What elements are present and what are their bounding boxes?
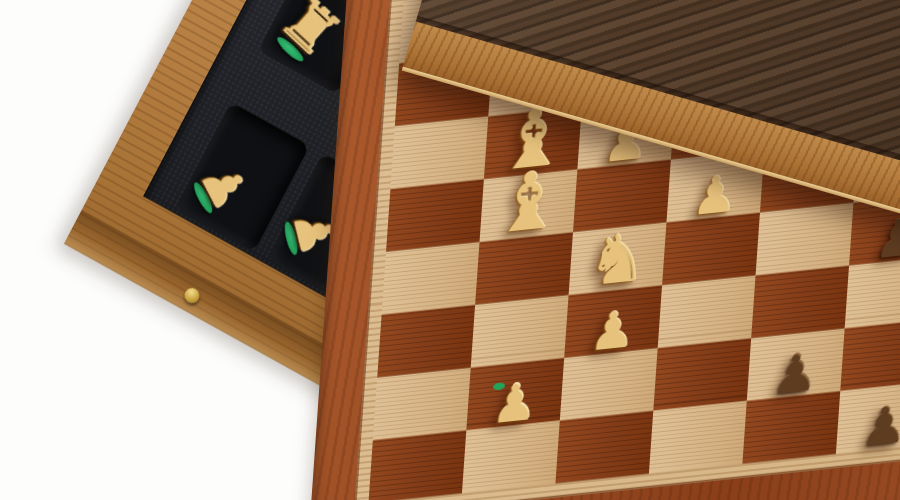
piece-black-pawn-f4[interactable]: ♟ (849, 208, 900, 268)
square-a4 (382, 242, 480, 315)
piece-white-knight-c4[interactable]: ♞ (568, 222, 666, 299)
piece-black-pawn-f1[interactable]: ♟ (836, 396, 900, 456)
square-b3 (471, 295, 569, 368)
piece-white-pawn-b2[interactable]: ♟ (466, 373, 563, 433)
square-a5 (386, 179, 484, 252)
square-a2 (373, 368, 471, 441)
square-e4 (756, 203, 854, 276)
piece-white-bishop-b5[interactable]: ♝ (479, 157, 578, 246)
square-d3 (658, 275, 756, 348)
square-c1 (555, 411, 653, 484)
square-d2 (653, 338, 751, 411)
chess-set-photo-scene: ♜♟♟ ♝♟♝♟♞♟♟♟♟♟ (0, 0, 900, 500)
square-a1 (368, 430, 466, 500)
pawn-glyph: ♟ (193, 156, 255, 218)
square-f2 (840, 319, 900, 392)
square-e3 (751, 266, 849, 339)
square-a6 (390, 116, 488, 189)
square-a3 (377, 305, 475, 378)
piece-black-pawn-e2[interactable]: ♟ (747, 343, 844, 403)
rook-glyph: ♜ (270, 0, 350, 68)
square-d1 (649, 401, 747, 474)
piece-white-pawn-c3[interactable]: ♟ (564, 300, 661, 360)
piece-white-pawn-d5[interactable]: ♟ (666, 164, 763, 224)
